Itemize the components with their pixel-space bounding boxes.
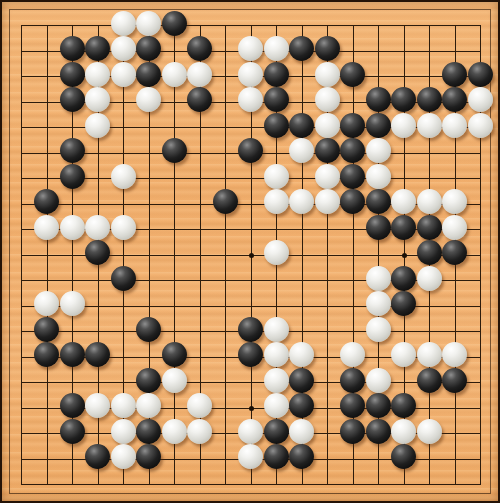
- stone-white: [111, 36, 136, 61]
- stone-black: [85, 444, 110, 469]
- stone-black: [60, 419, 85, 444]
- stone-white: [442, 215, 467, 240]
- stone-black: [136, 368, 161, 393]
- stone-black: [468, 62, 493, 87]
- stone-black: [391, 444, 416, 469]
- stone-white: [264, 189, 289, 214]
- stone-black: [417, 368, 442, 393]
- stone-black: [264, 62, 289, 87]
- stone-white: [391, 342, 416, 367]
- stone-white: [417, 342, 442, 367]
- stone-black: [289, 393, 314, 418]
- stone-black: [264, 444, 289, 469]
- stone-black: [264, 419, 289, 444]
- stone-black: [60, 36, 85, 61]
- stone-white: [136, 87, 161, 112]
- stone-white: [238, 36, 263, 61]
- stone-black: [289, 36, 314, 61]
- stone-white: [264, 393, 289, 418]
- stone-white: [315, 164, 340, 189]
- stone-black: [340, 393, 365, 418]
- stone-white: [238, 444, 263, 469]
- stone-white: [111, 62, 136, 87]
- star-point: [249, 406, 254, 411]
- stone-white: [340, 342, 365, 367]
- stone-black: [391, 291, 416, 316]
- stone-white: [366, 368, 391, 393]
- stone-white: [442, 342, 467, 367]
- stone-white: [187, 62, 212, 87]
- stone-black: [366, 215, 391, 240]
- stone-white: [85, 393, 110, 418]
- stone-white: [417, 419, 442, 444]
- stone-white: [111, 11, 136, 36]
- stone-white: [366, 317, 391, 342]
- stone-black: [417, 87, 442, 112]
- star-point: [249, 253, 254, 258]
- stone-black: [366, 189, 391, 214]
- stone-white: [468, 113, 493, 138]
- stone-white: [162, 62, 187, 87]
- stone-white: [264, 240, 289, 265]
- stone-black: [34, 189, 59, 214]
- stone-black: [391, 266, 416, 291]
- stone-black: [340, 368, 365, 393]
- star-point: [402, 253, 407, 258]
- stone-black: [366, 113, 391, 138]
- stone-black: [60, 393, 85, 418]
- stone-white: [111, 393, 136, 418]
- stone-black: [417, 215, 442, 240]
- grid-line-horizontal: [21, 484, 481, 485]
- stone-black: [60, 164, 85, 189]
- stone-black: [366, 87, 391, 112]
- stone-black: [34, 317, 59, 342]
- stone-black: [60, 138, 85, 163]
- stone-black: [391, 393, 416, 418]
- stone-white: [85, 113, 110, 138]
- stone-white: [391, 113, 416, 138]
- stone-black: [213, 189, 238, 214]
- stone-black: [187, 87, 212, 112]
- stone-white: [238, 62, 263, 87]
- stone-black: [442, 240, 467, 265]
- stone-white: [162, 419, 187, 444]
- stone-black: [60, 62, 85, 87]
- stone-white: [238, 419, 263, 444]
- stone-black: [34, 342, 59, 367]
- stone-white: [187, 393, 212, 418]
- stone-black: [136, 36, 161, 61]
- stone-black: [391, 87, 416, 112]
- stone-white: [85, 87, 110, 112]
- stone-black: [136, 419, 161, 444]
- stone-white: [366, 266, 391, 291]
- stone-white: [289, 342, 314, 367]
- stone-white: [111, 444, 136, 469]
- stone-black: [417, 240, 442, 265]
- stone-black: [162, 138, 187, 163]
- stone-white: [264, 164, 289, 189]
- stone-black: [442, 62, 467, 87]
- stone-black: [162, 11, 187, 36]
- stone-black: [340, 62, 365, 87]
- stone-white: [417, 266, 442, 291]
- stone-white: [264, 368, 289, 393]
- stone-white: [60, 215, 85, 240]
- stone-black: [136, 317, 161, 342]
- stone-black: [340, 189, 365, 214]
- stone-white: [366, 138, 391, 163]
- stone-white: [136, 11, 161, 36]
- stone-white: [366, 291, 391, 316]
- stone-white: [289, 419, 314, 444]
- stone-black: [340, 113, 365, 138]
- stone-black: [238, 138, 263, 163]
- stone-white: [289, 138, 314, 163]
- stone-black: [340, 419, 365, 444]
- stone-black: [162, 342, 187, 367]
- stone-white: [34, 215, 59, 240]
- stone-black: [85, 342, 110, 367]
- stone-black: [264, 113, 289, 138]
- stone-white: [238, 87, 263, 112]
- stone-white: [85, 215, 110, 240]
- stone-white: [34, 291, 59, 316]
- stone-white: [366, 164, 391, 189]
- stone-white: [264, 317, 289, 342]
- stone-black: [136, 444, 161, 469]
- stone-white: [468, 87, 493, 112]
- stone-black: [442, 368, 467, 393]
- stone-black: [238, 317, 263, 342]
- stone-black: [340, 164, 365, 189]
- stone-white: [85, 62, 110, 87]
- stone-white: [111, 164, 136, 189]
- stone-black: [238, 342, 263, 367]
- stone-white: [187, 419, 212, 444]
- stone-white: [111, 215, 136, 240]
- stone-black: [60, 87, 85, 112]
- stone-black: [85, 240, 110, 265]
- stone-white: [264, 36, 289, 61]
- stone-white: [60, 291, 85, 316]
- stone-black: [264, 87, 289, 112]
- stone-white: [111, 419, 136, 444]
- stone-white: [315, 189, 340, 214]
- grid-line-horizontal: [21, 382, 481, 383]
- stone-white: [391, 189, 416, 214]
- stone-black: [111, 266, 136, 291]
- stone-black: [187, 36, 212, 61]
- stone-white: [315, 87, 340, 112]
- stone-black: [315, 138, 340, 163]
- stone-white: [315, 62, 340, 87]
- stone-white: [162, 368, 187, 393]
- stone-black: [60, 342, 85, 367]
- stone-black: [315, 36, 340, 61]
- stone-white: [417, 113, 442, 138]
- stone-white: [417, 189, 442, 214]
- stone-white: [442, 189, 467, 214]
- stone-white: [442, 113, 467, 138]
- stone-black: [366, 419, 391, 444]
- stone-black: [391, 215, 416, 240]
- stone-white: [391, 419, 416, 444]
- stone-black: [289, 444, 314, 469]
- stone-white: [136, 393, 161, 418]
- stone-black: [340, 138, 365, 163]
- stone-black: [442, 87, 467, 112]
- stone-black: [136, 62, 161, 87]
- stone-white: [315, 113, 340, 138]
- stone-black: [289, 368, 314, 393]
- stone-black: [289, 113, 314, 138]
- stone-black: [85, 36, 110, 61]
- go-board[interactable]: [0, 0, 500, 503]
- stone-black: [366, 393, 391, 418]
- stone-white: [264, 342, 289, 367]
- stone-white: [289, 189, 314, 214]
